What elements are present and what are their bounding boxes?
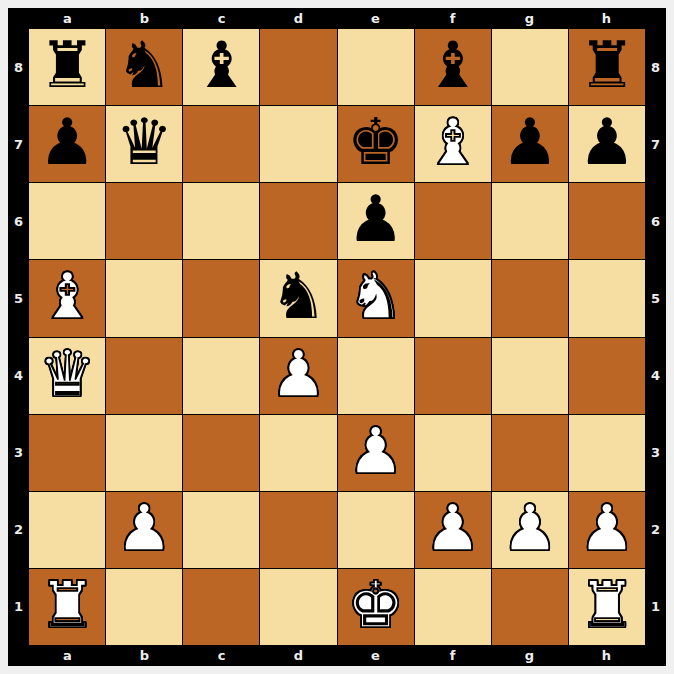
square-b6[interactable] [106,183,182,259]
square-h5[interactable] [569,260,645,336]
square-a8[interactable]: ♜ [29,29,105,105]
piece-white-bishop: ♝ [424,110,481,174]
square-a5[interactable]: ♝ [29,260,105,336]
square-c4[interactable] [183,338,259,414]
square-f6[interactable] [415,183,491,259]
square-f5[interactable] [415,260,491,336]
square-g1[interactable] [492,569,568,645]
rank-label-6: 6 [645,183,666,260]
square-g2[interactable]: ♟ [492,492,568,568]
rank-label-8: 8 [8,29,29,106]
piece-white-knight: ♞ [347,264,404,328]
file-label-h: h [568,8,645,29]
piece-white-rook: ♜ [578,573,635,637]
square-d1[interactable] [260,569,336,645]
square-h1[interactable]: ♜ [569,569,645,645]
piece-black-bishop: ♝ [424,33,481,97]
square-c5[interactable] [183,260,259,336]
board-frame: abcdefgh 87654321 ♜♞♝♝♜♟♛♚♝♟♟♟♝♞♞♛♟♟♟♟♟♟… [8,8,666,666]
square-e5[interactable]: ♞ [338,260,414,336]
square-d8[interactable] [260,29,336,105]
piece-black-bishop: ♝ [193,33,250,97]
square-d4[interactable]: ♟ [260,338,336,414]
square-d6[interactable] [260,183,336,259]
square-f1[interactable] [415,569,491,645]
square-e7[interactable]: ♚ [338,106,414,182]
piece-black-rook: ♜ [578,33,635,97]
piece-black-pawn: ♟ [38,110,95,174]
square-c7[interactable] [183,106,259,182]
file-label-c: c [183,645,260,666]
square-a4[interactable]: ♛ [29,338,105,414]
piece-black-rook: ♜ [38,33,95,97]
square-c6[interactable] [183,183,259,259]
square-e1[interactable]: ♚ [338,569,414,645]
square-c3[interactable] [183,415,259,491]
chessboard: ♜♞♝♝♜♟♛♚♝♟♟♟♝♞♞♛♟♟♟♟♟♟♜♚♜ [29,29,645,645]
piece-black-pawn: ♟ [347,187,404,251]
square-e3[interactable]: ♟ [338,415,414,491]
piece-black-pawn: ♟ [501,110,558,174]
rank-label-4: 4 [645,337,666,414]
rank-label-1: 1 [8,568,29,645]
square-b1[interactable] [106,569,182,645]
square-g4[interactable] [492,338,568,414]
piece-white-king: ♚ [347,573,404,637]
square-d5[interactable]: ♞ [260,260,336,336]
square-f8[interactable]: ♝ [415,29,491,105]
square-d7[interactable] [260,106,336,182]
square-f7[interactable]: ♝ [415,106,491,182]
rank-label-7: 7 [645,106,666,183]
file-label-f: f [414,645,491,666]
piece-black-knight: ♞ [116,33,173,97]
file-label-g: g [491,645,568,666]
square-d3[interactable] [260,415,336,491]
file-labels-top: abcdefgh [29,8,645,29]
piece-black-knight: ♞ [270,264,327,328]
square-h4[interactable] [569,338,645,414]
square-g8[interactable] [492,29,568,105]
square-e6[interactable]: ♟ [338,183,414,259]
piece-white-pawn: ♟ [424,496,481,560]
square-c2[interactable] [183,492,259,568]
square-b3[interactable] [106,415,182,491]
square-h6[interactable] [569,183,645,259]
frame-corner-top-left [8,8,29,29]
square-a2[interactable] [29,492,105,568]
piece-white-pawn: ♟ [116,496,173,560]
file-label-d: d [260,645,337,666]
piece-white-rook: ♜ [38,573,95,637]
rank-label-5: 5 [645,260,666,337]
square-b7[interactable]: ♛ [106,106,182,182]
file-label-b: b [106,8,183,29]
piece-black-pawn: ♟ [578,110,635,174]
file-label-f: f [414,8,491,29]
file-label-b: b [106,645,183,666]
square-h8[interactable]: ♜ [569,29,645,105]
square-g5[interactable] [492,260,568,336]
rank-label-8: 8 [645,29,666,106]
square-f3[interactable] [415,415,491,491]
square-g7[interactable]: ♟ [492,106,568,182]
square-h3[interactable] [569,415,645,491]
rank-labels-right: 87654321 [645,29,666,645]
file-label-h: h [568,645,645,666]
frame-corner-top-right [645,8,666,29]
file-label-d: d [260,8,337,29]
square-d2[interactable] [260,492,336,568]
rank-label-1: 1 [645,568,666,645]
rank-label-2: 2 [645,491,666,568]
square-h2[interactable]: ♟ [569,492,645,568]
file-labels-bottom: abcdefgh [29,645,645,666]
piece-white-pawn: ♟ [578,496,635,560]
square-a7[interactable]: ♟ [29,106,105,182]
square-b5[interactable] [106,260,182,336]
file-label-g: g [491,8,568,29]
file-label-c: c [183,8,260,29]
square-g6[interactable] [492,183,568,259]
file-label-e: e [337,645,414,666]
rank-label-3: 3 [8,414,29,491]
frame-corner-bottom-left [8,645,29,666]
file-label-a: a [29,8,106,29]
square-c1[interactable] [183,569,259,645]
square-e8[interactable] [338,29,414,105]
file-label-a: a [29,645,106,666]
square-g3[interactable] [492,415,568,491]
rank-label-4: 4 [8,337,29,414]
square-h7[interactable]: ♟ [569,106,645,182]
piece-white-pawn: ♟ [501,496,558,560]
rank-label-6: 6 [8,183,29,260]
piece-white-pawn: ♟ [270,342,327,406]
piece-white-queen: ♛ [38,342,95,406]
frame-corner-bottom-right [645,645,666,666]
rank-label-3: 3 [645,414,666,491]
piece-black-queen: ♛ [116,110,173,174]
rank-label-5: 5 [8,260,29,337]
piece-white-bishop: ♝ [38,264,95,328]
square-b8[interactable]: ♞ [106,29,182,105]
square-e4[interactable] [338,338,414,414]
square-a6[interactable] [29,183,105,259]
square-b4[interactable] [106,338,182,414]
piece-black-king: ♚ [347,110,404,174]
rank-label-7: 7 [8,106,29,183]
square-f2[interactable]: ♟ [415,492,491,568]
square-c8[interactable]: ♝ [183,29,259,105]
square-a1[interactable]: ♜ [29,569,105,645]
rank-labels-left: 87654321 [8,29,29,645]
square-f4[interactable] [415,338,491,414]
file-label-e: e [337,8,414,29]
square-e2[interactable] [338,492,414,568]
piece-white-pawn: ♟ [347,419,404,483]
square-a3[interactable] [29,415,105,491]
square-b2[interactable]: ♟ [106,492,182,568]
rank-label-2: 2 [8,491,29,568]
